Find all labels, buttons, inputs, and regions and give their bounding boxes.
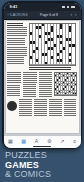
wifi-icon xyxy=(67,6,70,8)
clue-text-block xyxy=(7,27,27,37)
mini-crossword-grid[interactable] xyxy=(54,72,77,96)
newspaper-page xyxy=(6,21,79,133)
clue-text-block xyxy=(7,85,20,97)
clue-text-block xyxy=(7,38,25,46)
page-viewer[interactable] xyxy=(4,20,81,135)
share-icon[interactable]: ↗ xyxy=(60,139,64,144)
crossword-cell-black xyxy=(75,93,76,95)
battery-icon xyxy=(71,6,75,8)
article-text-column xyxy=(49,99,62,117)
article-text-block xyxy=(64,99,76,117)
main-crossword-grid[interactable] xyxy=(29,23,76,66)
status-bar: 9:41 xyxy=(4,3,81,11)
puzzles-icon[interactable]: ▩ xyxy=(21,139,26,144)
clue-text-block xyxy=(23,84,36,97)
phone-mockup: 9:41 ‹ 5-ACROSS Page 6 of 8 ‹ › xyxy=(2,1,82,149)
text-size-icon[interactable]: A xyxy=(35,139,38,144)
crossword-section xyxy=(7,23,77,66)
clues-and-mini-section xyxy=(7,72,77,97)
promo-heading: PUZZLES GAMES & COMICS xyxy=(5,151,51,180)
menu-icon[interactable]: ≡ xyxy=(73,139,76,144)
page-indicator: Page 6 of 8 xyxy=(40,13,58,17)
article-text-column xyxy=(19,99,32,117)
clue-text-block xyxy=(7,72,21,84)
home-indicator[interactable] xyxy=(33,146,51,148)
article-text-block xyxy=(19,99,32,117)
promo-line-comics: & COMICS xyxy=(5,170,51,180)
signal-icon xyxy=(62,6,65,8)
clue-text-block xyxy=(23,72,37,83)
article-text-block xyxy=(34,99,47,117)
bottom-toolbar: ▦▩A⚙↗≡ xyxy=(4,135,81,148)
back-button[interactable]: ‹ 5-ACROSS xyxy=(8,13,28,17)
across-clues-column xyxy=(7,23,27,66)
next-page-button[interactable]: › xyxy=(75,13,77,17)
clue-text-column xyxy=(39,72,52,97)
page-arrows: ‹ › xyxy=(71,13,77,17)
settings-gear-icon[interactable]: ⚙ xyxy=(47,139,51,144)
clue-text-column xyxy=(23,72,37,97)
comic-thumbnail-circle xyxy=(7,101,17,111)
comics-section xyxy=(7,99,77,132)
clock-text: 9:41 xyxy=(10,4,18,9)
grid-caption-text xyxy=(29,67,71,70)
clue-text-block xyxy=(7,47,27,56)
clue-heading-text xyxy=(7,23,23,26)
article-text-block xyxy=(49,99,62,117)
clue-text-block xyxy=(7,57,24,64)
clue-text-block xyxy=(39,72,52,97)
pages-grid-icon[interactable]: ▦ xyxy=(8,139,13,144)
system-status-icons xyxy=(62,6,75,8)
phone-screen: 9:41 ‹ 5-ACROSS Page 6 of 8 ‹ › xyxy=(4,3,81,148)
prev-page-button[interactable]: ‹ xyxy=(71,13,73,17)
clue-text-column xyxy=(7,72,21,97)
crossword-cell xyxy=(72,62,74,64)
nav-bar: ‹ 5-ACROSS Page 6 of 8 ‹ › xyxy=(4,11,81,20)
article-text-column xyxy=(34,99,47,117)
screenshot-root: 9:41 ‹ 5-ACROSS Page 6 of 8 ‹ › xyxy=(0,0,84,182)
article-text-column xyxy=(64,99,77,117)
